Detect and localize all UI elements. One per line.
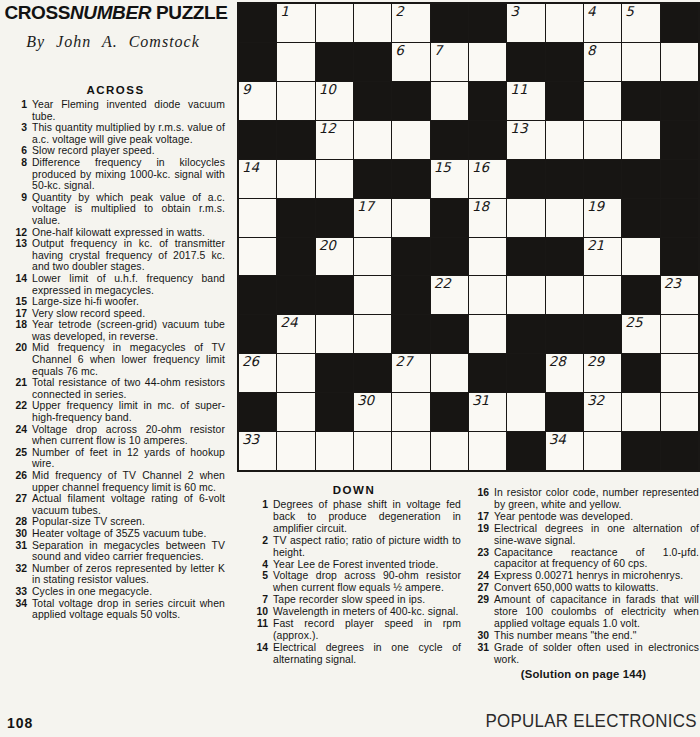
clue: 24Voltage drop across 20-ohm resistor wh…: [6, 424, 225, 447]
white-cell[interactable]: [392, 121, 429, 159]
black-cell: [316, 393, 353, 431]
white-cell[interactable]: 3: [507, 4, 544, 42]
clue-text: Number of feet in 12 yards of hookup wir…: [32, 447, 225, 470]
clue-text: Output frequency in kc. of transmitter h…: [32, 238, 225, 273]
clue-number: 1: [6, 99, 32, 122]
white-cell[interactable]: 23: [661, 276, 698, 314]
white-cell[interactable]: [469, 276, 506, 314]
black-cell: [392, 160, 429, 198]
white-cell[interactable]: 31: [469, 393, 506, 431]
black-cell: [239, 276, 276, 314]
clue-text: Cycles in one megacycle.: [32, 586, 225, 598]
black-cell: [622, 160, 659, 198]
white-cell[interactable]: 19: [584, 199, 621, 237]
clue-number: 30: [468, 630, 494, 642]
clue-text: Express 0.00271 henrys in microhenrys.: [494, 570, 699, 582]
across-column: ACROSS 1Year Fleming invented diode vacu…: [6, 84, 225, 621]
black-cell: [507, 354, 544, 392]
white-cell[interactable]: 28: [546, 354, 583, 392]
title-part-cross: CROSS: [4, 2, 70, 23]
white-cell[interactable]: 22: [431, 276, 468, 314]
black-cell: [277, 276, 314, 314]
clue-number: 2: [247, 535, 273, 559]
clue: 34Total voltage drop in series circuit w…: [6, 598, 225, 621]
white-cell[interactable]: 24: [277, 315, 314, 353]
clue: 26Mid frequency of TV Channel 2 when upp…: [6, 470, 225, 493]
clue-text: Upper frequency limit in mc. of super-hi…: [32, 400, 225, 423]
white-cell[interactable]: [507, 393, 544, 431]
white-cell[interactable]: [277, 432, 314, 470]
black-cell: [622, 354, 659, 392]
black-cell: [469, 4, 506, 42]
white-cell[interactable]: [316, 160, 353, 198]
white-cell[interactable]: [277, 354, 314, 392]
clue: 18Year tetrode (screen-grid) vacuum tube…: [6, 319, 225, 342]
clue: 20Mid frequency in megacycles of TV Chan…: [6, 342, 225, 377]
black-cell: [507, 160, 544, 198]
clue-number: 9: [6, 192, 32, 227]
clue: 15Large-size hi-fi woofer.: [6, 296, 225, 308]
white-cell[interactable]: 17: [354, 199, 391, 237]
clue-number: 29: [468, 594, 494, 630]
cell-number: 13: [510, 121, 527, 136]
white-cell[interactable]: 6: [392, 43, 429, 81]
clue-number: 14: [6, 273, 32, 296]
clue: 27Convert 650,000 watts to kilowatts.: [468, 582, 699, 594]
clue-number: 16: [468, 487, 494, 511]
black-cell: [661, 199, 698, 237]
clue-text: Heater voltage of 35Z5 vacuum tube.: [32, 528, 225, 540]
white-cell[interactable]: [469, 43, 506, 81]
white-cell[interactable]: [584, 82, 621, 120]
title-part-puzzle: PUZZLE: [156, 2, 228, 23]
clue-text: Electrical degrees in one cycle of alter…: [273, 642, 461, 666]
down-clues-col2: 16In resistor color code, number represe…: [468, 487, 699, 666]
white-cell[interactable]: 10: [316, 82, 353, 120]
clue-number: 15: [6, 296, 32, 308]
white-cell[interactable]: [277, 82, 314, 120]
black-cell: [469, 354, 506, 392]
down-column-continued: 16In resistor color code, number represe…: [468, 487, 699, 680]
clue-number: 30: [6, 528, 32, 540]
white-cell[interactable]: [546, 121, 583, 159]
clue: 14Electrical degrees in one cycle of alt…: [247, 642, 461, 666]
clue-text: Slow record player speed.: [32, 145, 225, 157]
cell-number: 28: [549, 354, 566, 369]
clue-text: Capacitance reactance of 1.0-μfd. capaci…: [494, 547, 699, 571]
title-part-number: NUMBER: [70, 2, 151, 23]
clue-number: 17: [468, 511, 494, 523]
clue-text: Large-size hi-fi woofer.: [32, 296, 225, 308]
black-cell: [622, 276, 659, 314]
cell-number: 26: [242, 354, 259, 369]
white-cell[interactable]: 21: [584, 238, 621, 276]
clue: 4Year Lee de Forest invented triode.: [247, 559, 461, 571]
white-cell[interactable]: 34: [546, 432, 583, 470]
clue-number: 17: [6, 308, 32, 320]
cell-number: 12: [319, 121, 336, 136]
white-cell[interactable]: [392, 393, 429, 431]
white-cell[interactable]: [622, 121, 659, 159]
white-cell[interactable]: [239, 199, 276, 237]
clue-number: 3: [6, 122, 32, 145]
puzzle-grid: 1234567891011121314151617181920212223242…: [237, 2, 700, 472]
cell-number: 23: [664, 276, 681, 291]
black-cell: [546, 315, 583, 353]
black-cell: [239, 121, 276, 159]
page-title: CROSSNUMBERPUZZLE: [4, 2, 228, 24]
white-cell[interactable]: [392, 432, 429, 470]
clue-text: Electrical degrees in one alternation of…: [494, 523, 699, 547]
white-cell[interactable]: [546, 276, 583, 314]
black-cell: [661, 82, 698, 120]
black-cell: [507, 315, 544, 353]
cell-number: 15: [434, 160, 451, 175]
clue-number: 5: [247, 570, 273, 594]
clue-text: Year Fleming invented diode vacuum tube.: [32, 99, 225, 122]
cell-number: 30: [357, 393, 374, 408]
white-cell[interactable]: 26: [239, 354, 276, 392]
clue-number: 4: [247, 559, 273, 571]
white-cell[interactable]: [469, 315, 506, 353]
clue-number: 14: [247, 642, 273, 666]
cell-number: 29: [587, 354, 604, 369]
white-cell[interactable]: 2: [392, 4, 429, 42]
white-cell[interactable]: [584, 432, 621, 470]
clue-number: 13: [6, 238, 32, 273]
white-cell[interactable]: 13: [507, 121, 544, 159]
clue-number: 32: [6, 563, 32, 586]
cell-number: 9: [242, 82, 251, 97]
black-cell: [431, 4, 468, 42]
white-cell[interactable]: [354, 238, 391, 276]
black-cell: [392, 276, 429, 314]
clue: 29Amount of capacitance in farads that w…: [468, 594, 699, 630]
white-cell[interactable]: 30: [354, 393, 391, 431]
white-cell[interactable]: 9: [239, 82, 276, 120]
white-cell[interactable]: [546, 199, 583, 237]
clue-number: 6: [6, 145, 32, 157]
white-cell[interactable]: [661, 43, 698, 81]
black-cell: [507, 432, 544, 470]
white-cell[interactable]: 12: [316, 121, 353, 159]
clue: 17Year pentode was developed.: [468, 511, 699, 523]
black-cell: [277, 238, 314, 276]
black-cell: [661, 238, 698, 276]
cell-number: 5: [625, 4, 634, 19]
black-cell: [392, 82, 429, 120]
clue-number: 1: [247, 499, 273, 535]
white-cell[interactable]: 8: [584, 43, 621, 81]
white-cell[interactable]: 7: [431, 43, 468, 81]
cell-number: 3: [510, 4, 519, 19]
clue-text: Fast record player speed in rpm (approx.…: [273, 618, 461, 642]
clue-text: Convert 650,000 watts to kilowatts.: [494, 582, 699, 594]
white-cell[interactable]: 14: [239, 160, 276, 198]
clue-text: In resistor color code, number represent…: [494, 487, 699, 511]
clue: 9Quantity by which peak value of a.c. vo…: [6, 192, 225, 227]
clue-text: Actual filament voltage rating of 6-volt…: [32, 493, 225, 516]
clue-number: 7: [247, 594, 273, 606]
down-column: DOWN 1Degrees of phase shift in voltage …: [247, 484, 461, 666]
black-cell: [239, 4, 276, 42]
solution-note: (Solution on page 144): [468, 668, 699, 680]
white-cell[interactable]: [469, 238, 506, 276]
black-cell: [507, 238, 544, 276]
white-cell[interactable]: 33: [239, 432, 276, 470]
black-cell: [354, 160, 391, 198]
clue-number: 33: [6, 586, 32, 598]
clue-number: 18: [6, 319, 32, 342]
cell-number: 20: [319, 238, 336, 253]
white-cell[interactable]: 32: [584, 393, 621, 431]
black-cell: [277, 199, 314, 237]
clue-text: Grade of solder often used in electronic…: [494, 642, 699, 666]
clue: 2TV aspect ratio; ratio of picture width…: [247, 535, 461, 559]
black-cell: [622, 82, 659, 120]
white-cell[interactable]: 25: [622, 315, 659, 353]
clue: 27Actual filament voltage rating of 6-vo…: [6, 493, 225, 516]
clue-text: Amount of capacitance in farads that wil…: [494, 594, 699, 630]
clue: 10Wavelength in meters of 400-kc. signal…: [247, 606, 461, 618]
byline: By John A. Comstock: [4, 33, 222, 51]
clue: 1Year Fleming invented diode vacuum tube…: [6, 99, 225, 122]
clue-text: Popular-size TV screen.: [32, 516, 225, 528]
black-cell: [392, 315, 429, 353]
clue-text: Number of zeros represented by letter K …: [32, 563, 225, 586]
cell-number: 16: [472, 160, 489, 175]
white-cell[interactable]: [277, 160, 314, 198]
clue-text: Total resistance of two 44-ohm resistors…: [32, 377, 225, 400]
cell-number: 33: [242, 432, 259, 447]
white-cell[interactable]: 4: [584, 4, 621, 42]
clue: 28Popular-size TV screen.: [6, 516, 225, 528]
across-clues: 1Year Fleming invented diode vacuum tube…: [6, 99, 225, 621]
clue: 25Number of feet in 12 yards of hookup w…: [6, 447, 225, 470]
white-cell[interactable]: [431, 432, 468, 470]
black-cell: [469, 82, 506, 120]
cell-number: 22: [434, 276, 451, 291]
cell-number: 32: [587, 393, 604, 408]
white-cell[interactable]: 16: [469, 160, 506, 198]
clue: 3This quantity multiplied by r.m.s. valu…: [6, 122, 225, 145]
clue: 30This number means "the end.": [468, 630, 699, 642]
white-cell[interactable]: [277, 393, 314, 431]
clue-text: Quantity by which peak value of a.c. vol…: [32, 192, 225, 227]
white-cell[interactable]: [584, 121, 621, 159]
white-cell[interactable]: 20: [316, 238, 353, 276]
white-cell[interactable]: [354, 315, 391, 353]
white-cell[interactable]: [661, 354, 698, 392]
clue-number: 27: [6, 493, 32, 516]
clue-number: 23: [468, 547, 494, 571]
white-cell[interactable]: [507, 276, 544, 314]
cell-number: 27: [395, 354, 412, 369]
white-cell[interactable]: 11: [507, 82, 544, 120]
black-cell: [431, 121, 468, 159]
white-cell[interactable]: [316, 315, 353, 353]
page-number: 108: [7, 715, 33, 731]
clue: 32Number of zeros represented by letter …: [6, 563, 225, 586]
clue-number: 25: [6, 447, 32, 470]
clue-number: 10: [247, 606, 273, 618]
cell-number: 7: [434, 43, 443, 58]
clue-text: Lower limit of u.h.f. frequency band exp…: [32, 273, 225, 296]
white-cell[interactable]: [354, 121, 391, 159]
clue: 30Heater voltage of 35Z5 vacuum tube.: [6, 528, 225, 540]
white-cell[interactable]: [239, 238, 276, 276]
black-cell: [316, 199, 353, 237]
down-heading: DOWN: [247, 484, 461, 496]
clue-number: 31: [468, 642, 494, 666]
clue-text: This quantity multiplied by r.m.s. value…: [32, 122, 225, 145]
white-cell[interactable]: 29: [584, 354, 621, 392]
white-cell[interactable]: 15: [431, 160, 468, 198]
black-cell: [622, 199, 659, 237]
cell-number: 10: [319, 82, 336, 97]
cell-number: 18: [472, 199, 489, 214]
white-cell[interactable]: [316, 432, 353, 470]
clue-text: Wavelength in meters of 400-kc. signal.: [273, 606, 461, 618]
clue: 19Electrical degrees in one alternation …: [468, 523, 699, 547]
clue-text: TV aspect ratio; ratio of picture width …: [273, 535, 461, 559]
white-cell[interactable]: [661, 315, 698, 353]
clue-text: Year Lee de Forest invented triode.: [273, 559, 461, 571]
clue-number: 31: [6, 540, 32, 563]
clue-number: 20: [6, 342, 32, 377]
black-cell: [507, 43, 544, 81]
black-cell: [431, 393, 468, 431]
white-cell[interactable]: [622, 238, 659, 276]
clue-number: 24: [6, 424, 32, 447]
white-cell[interactable]: [431, 354, 468, 392]
clue: 31Separation in megacycles between TV so…: [6, 540, 225, 563]
black-cell: [316, 354, 353, 392]
cell-number: 8: [587, 43, 596, 58]
down-clues-col1: 1Degrees of phase shift in voltage fed b…: [247, 499, 461, 666]
clue-text: This number means "the end.": [494, 630, 699, 642]
white-cell[interactable]: [354, 432, 391, 470]
clue: 12One-half kilowatt expressed in watts.: [6, 227, 225, 239]
black-cell: [546, 393, 583, 431]
white-cell[interactable]: [431, 82, 468, 120]
cell-number: 31: [472, 393, 489, 408]
cell-number: 1: [280, 4, 289, 19]
black-cell: [546, 160, 583, 198]
cell-number: 6: [395, 43, 404, 58]
clue-number: 19: [468, 523, 494, 547]
cell-number: 24: [280, 315, 297, 330]
white-cell[interactable]: [507, 199, 544, 237]
black-cell: [354, 354, 391, 392]
clue-text: Voltage drop across 20-ohm resistor when…: [32, 424, 225, 447]
clue: 33Cycles in one megacycle.: [6, 586, 225, 598]
clue-text: Separation in megacycles between TV soun…: [32, 540, 225, 563]
cell-number: 34: [549, 432, 566, 447]
clue-text: Mid frequency in megacycles of TV Channe…: [32, 342, 225, 377]
black-cell: [546, 238, 583, 276]
black-cell: [661, 432, 698, 470]
clue-number: 11: [247, 618, 273, 642]
clue-text: One-half kilowatt expressed in watts.: [32, 227, 225, 239]
clue-number: 34: [6, 598, 32, 621]
black-cell: [584, 315, 621, 353]
cell-number: 25: [625, 315, 642, 330]
white-cell[interactable]: [584, 276, 621, 314]
white-cell[interactable]: [316, 4, 353, 42]
clue-text: Total voltage drop in series circuit whe…: [32, 598, 225, 621]
clue: 1Degrees of phase shift in voltage fed b…: [247, 499, 461, 535]
white-cell[interactable]: [354, 276, 391, 314]
white-cell[interactable]: [469, 432, 506, 470]
clue-number: 28: [6, 516, 32, 528]
clue-number: 27: [468, 582, 494, 594]
white-cell[interactable]: [661, 393, 698, 431]
black-cell: [469, 121, 506, 159]
clue-text: Year tetrode (screen-grid) vacuum tube w…: [32, 319, 225, 342]
magazine-name: POPULAR ELECTRONICS: [486, 711, 697, 732]
white-cell[interactable]: [392, 199, 429, 237]
clue: 21Total resistance of two 44-ohm resisto…: [6, 377, 225, 400]
black-cell: [431, 315, 468, 353]
clue-number: 8: [6, 157, 32, 192]
black-cell: [392, 238, 429, 276]
black-cell: [316, 43, 353, 81]
black-cell: [354, 82, 391, 120]
cell-number: 21: [587, 238, 604, 253]
clue-number: 22: [6, 400, 32, 423]
cell-number: 2: [395, 4, 404, 19]
black-cell: [622, 432, 659, 470]
black-cell: [546, 82, 583, 120]
clue: 22Upper frequency limit in mc. of super-…: [6, 400, 225, 423]
white-cell[interactable]: 1: [277, 4, 314, 42]
white-cell[interactable]: 5: [622, 4, 659, 42]
clue: 16In resistor color code, number represe…: [468, 487, 699, 511]
magazine-page: CROSSNUMBERPUZZLE By John A. Comstock AC…: [0, 0, 700, 737]
across-heading: ACROSS: [6, 84, 225, 96]
cell-number: 4: [587, 4, 596, 19]
black-cell: [661, 160, 698, 198]
black-cell: [239, 393, 276, 431]
white-cell[interactable]: 27: [392, 354, 429, 392]
clue-number: 26: [6, 470, 32, 493]
clue-text: Very slow record speed.: [32, 308, 225, 320]
white-cell[interactable]: [546, 4, 583, 42]
clue: 5Voltage drop across 90-ohm resistor whe…: [247, 570, 461, 594]
clue: 24Express 0.00271 henrys in microhenrys.: [468, 570, 699, 582]
white-cell[interactable]: [354, 4, 391, 42]
cell-number: 11: [510, 82, 527, 97]
clue: 23Capacitance reactance of 1.0-μfd. capa…: [468, 547, 699, 571]
black-cell: [431, 238, 468, 276]
clue-text: Difference frequency in kilocycles produ…: [32, 157, 225, 192]
black-cell: [239, 315, 276, 353]
clue-text: Degrees of phase shift in voltage fed ba…: [273, 499, 461, 535]
clue-number: 21: [6, 377, 32, 400]
clue-text: Tape recorder slow speed in ips.: [273, 594, 461, 606]
white-cell[interactable]: [277, 43, 314, 81]
clue-text: Year pentode was developed.: [494, 511, 699, 523]
white-cell[interactable]: [622, 43, 659, 81]
black-cell: [354, 43, 391, 81]
black-cell: [277, 121, 314, 159]
clue: 14Lower limit of u.h.f. frequency band e…: [6, 273, 225, 296]
black-cell: [316, 276, 353, 314]
white-cell[interactable]: [622, 393, 659, 431]
white-cell[interactable]: 18: [469, 199, 506, 237]
clue-number: 24: [468, 570, 494, 582]
